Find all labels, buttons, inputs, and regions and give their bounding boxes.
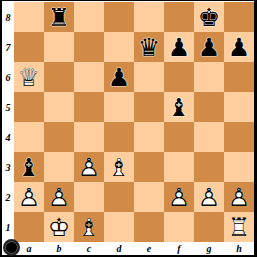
white-pawn-piece[interactable]: ♟♙ (74, 152, 104, 182)
square-f3[interactable] (164, 152, 194, 182)
square-a6[interactable]: ♛♕ (14, 62, 44, 92)
square-e8[interactable] (134, 2, 164, 32)
square-c2[interactable] (74, 182, 104, 212)
square-f8[interactable] (164, 2, 194, 32)
square-g3[interactable] (194, 152, 224, 182)
file-labels: abcdefgh (14, 242, 254, 255)
square-d6[interactable]: ♟ (104, 62, 134, 92)
black-to-move-indicator (3, 239, 20, 256)
square-c6[interactable] (74, 62, 104, 92)
white-queen-piece[interactable]: ♛♕ (14, 62, 44, 92)
file-label-e: e (134, 242, 164, 255)
white-pawn-piece[interactable]: ♟♙ (14, 182, 44, 212)
square-c3[interactable]: ♟♙ (74, 152, 104, 182)
board: ♜♚♛♟♟♟♛♕♟♝♝♟♙♝♗♟♙♟♙♟♙♟♙♟♙♚♔♝♗♜♖ (14, 2, 254, 242)
piece-outline: ♙ (14, 182, 44, 212)
square-e3[interactable] (134, 152, 164, 182)
square-d2[interactable] (104, 182, 134, 212)
square-g5[interactable] (194, 92, 224, 122)
rank-labels: 87654321 (2, 2, 14, 242)
square-h7[interactable]: ♟ (224, 32, 254, 62)
piece-outline: ♙ (194, 182, 224, 212)
white-pawn-piece[interactable]: ♟♙ (44, 182, 74, 212)
square-c4[interactable] (74, 122, 104, 152)
black-pawn-piece[interactable]: ♟ (164, 32, 194, 62)
square-b1[interactable]: ♚♔ (44, 212, 74, 242)
square-b2[interactable]: ♟♙ (44, 182, 74, 212)
square-c5[interactable] (74, 92, 104, 122)
piece-outline: ♙ (44, 182, 74, 212)
square-d7[interactable] (104, 32, 134, 62)
rank-label-4: 4 (2, 122, 14, 152)
square-b7[interactable] (44, 32, 74, 62)
square-b8[interactable]: ♜ (44, 2, 74, 32)
piece-outline: ♗ (104, 152, 134, 182)
square-d5[interactable] (104, 92, 134, 122)
square-b5[interactable] (44, 92, 74, 122)
square-c8[interactable] (74, 2, 104, 32)
piece-outline: ♙ (224, 182, 254, 212)
square-e4[interactable] (134, 122, 164, 152)
file-label-h: h (224, 242, 254, 255)
square-e6[interactable] (134, 62, 164, 92)
white-rook-piece[interactable]: ♜♖ (224, 212, 254, 242)
file-label-c: c (74, 242, 104, 255)
file-label-f: f (164, 242, 194, 255)
piece-outline: ♖ (224, 212, 254, 242)
square-d1[interactable] (104, 212, 134, 242)
piece-outline: ♙ (164, 182, 194, 212)
square-e5[interactable] (134, 92, 164, 122)
square-g4[interactable] (194, 122, 224, 152)
square-a8[interactable] (14, 2, 44, 32)
piece-outline: ♙ (74, 152, 104, 182)
file-label-d: d (104, 242, 134, 255)
square-g7[interactable]: ♟ (194, 32, 224, 62)
square-h5[interactable] (224, 92, 254, 122)
rank-label-6: 6 (2, 62, 14, 92)
rank-label-1: 1 (2, 212, 14, 242)
square-h6[interactable] (224, 62, 254, 92)
square-h8[interactable] (224, 2, 254, 32)
square-g6[interactable] (194, 62, 224, 92)
square-h3[interactable] (224, 152, 254, 182)
white-bishop-piece[interactable]: ♝♗ (74, 212, 104, 242)
square-h2[interactable]: ♟♙ (224, 182, 254, 212)
square-b4[interactable] (44, 122, 74, 152)
square-d4[interactable] (104, 122, 134, 152)
square-a4[interactable] (14, 122, 44, 152)
square-f2[interactable]: ♟♙ (164, 182, 194, 212)
rank-label-8: 8 (2, 2, 14, 32)
black-rook-piece[interactable]: ♜ (44, 2, 74, 32)
square-f6[interactable] (164, 62, 194, 92)
square-g8[interactable]: ♚ (194, 2, 224, 32)
square-f4[interactable] (164, 122, 194, 152)
rank-label-3: 3 (2, 152, 14, 182)
square-g2[interactable]: ♟♙ (194, 182, 224, 212)
black-pawn-piece[interactable]: ♟ (194, 32, 224, 62)
square-a2[interactable]: ♟♙ (14, 182, 44, 212)
piece-outline: ♔ (44, 212, 74, 242)
file-label-g: g (194, 242, 224, 255)
file-label-b: b (44, 242, 74, 255)
square-h1[interactable]: ♜♖ (224, 212, 254, 242)
diagram-inner: 87654321 ♜♚♛♟♟♟♛♕♟♝♝♟♙♝♗♟♙♟♙♟♙♟♙♟♙♚♔♝♗♜♖… (2, 1, 254, 255)
black-king-piece[interactable]: ♚ (194, 2, 224, 32)
white-pawn-piece[interactable]: ♟♙ (224, 182, 254, 212)
white-pawn-piece[interactable]: ♟♙ (164, 182, 194, 212)
white-bishop-piece[interactable]: ♝♗ (104, 152, 134, 182)
square-e1[interactable] (134, 212, 164, 242)
square-h4[interactable] (224, 122, 254, 152)
piece-outline: ♗ (74, 212, 104, 242)
black-bishop-piece[interactable]: ♝ (164, 92, 194, 122)
black-pawn-piece[interactable]: ♟ (104, 62, 134, 92)
white-pawn-piece[interactable]: ♟♙ (194, 182, 224, 212)
square-d8[interactable] (104, 2, 134, 32)
piece-outline: ♕ (14, 62, 44, 92)
square-e2[interactable] (134, 182, 164, 212)
square-e7[interactable]: ♛ (134, 32, 164, 62)
square-c7[interactable] (74, 32, 104, 62)
square-d3[interactable]: ♝♗ (104, 152, 134, 182)
square-b6[interactable] (44, 62, 74, 92)
rank-label-2: 2 (2, 182, 14, 212)
chess-diagram: 87654321 ♜♚♛♟♟♟♛♕♟♝♝♟♙♝♗♟♙♟♙♟♙♟♙♟♙♚♔♝♗♜♖… (0, 0, 257, 257)
black-queen-piece[interactable]: ♛ (134, 32, 164, 62)
black-bishop-piece[interactable]: ♝ (14, 152, 44, 182)
square-f5[interactable]: ♝ (164, 92, 194, 122)
square-g1[interactable] (194, 212, 224, 242)
square-a7[interactable] (14, 32, 44, 62)
square-c1[interactable]: ♝♗ (74, 212, 104, 242)
square-a5[interactable] (14, 92, 44, 122)
rank-label-7: 7 (2, 32, 14, 62)
square-b3[interactable] (44, 152, 74, 182)
square-f1[interactable] (164, 212, 194, 242)
square-f7[interactable]: ♟ (164, 32, 194, 62)
black-pawn-piece[interactable]: ♟ (224, 32, 254, 62)
square-a3[interactable]: ♝ (14, 152, 44, 182)
square-a1[interactable] (14, 212, 44, 242)
rank-label-5: 5 (2, 92, 14, 122)
white-king-piece[interactable]: ♚♔ (44, 212, 74, 242)
